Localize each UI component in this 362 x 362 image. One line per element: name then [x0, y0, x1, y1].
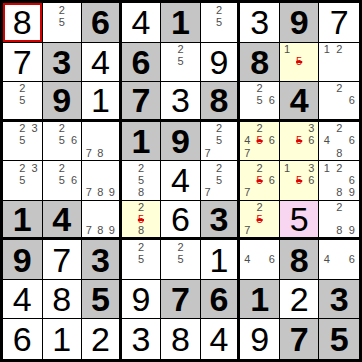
sudoku-board: 8256412539773462598151225917382564262352…	[0, 0, 362, 362]
cell-r9c8[interactable]: 7	[280, 319, 320, 359]
candidate: 8	[135, 225, 147, 237]
candidate: 7	[241, 187, 253, 199]
pencil-marks: 12	[320, 44, 358, 81]
cell-r9c6[interactable]: 4	[201, 319, 241, 359]
cell-r5c1[interactable]: 235	[3, 161, 43, 201]
candidate: 8	[95, 187, 107, 199]
pencil-marks: 789	[83, 162, 118, 199]
cell-r3c9[interactable]: 26	[319, 82, 359, 122]
candidate: 2	[254, 83, 266, 95]
given-digit: 5	[319, 319, 359, 359]
candidate: 7	[202, 147, 214, 159]
given-digit: 3	[43, 43, 82, 82]
cell-r4c6[interactable]: 257	[201, 122, 241, 162]
placed-digit: 5	[280, 201, 319, 238]
candidate: 6	[266, 95, 278, 107]
given-digit: 5	[82, 280, 119, 319]
cell-r7c5[interactable]: 25	[161, 240, 201, 280]
candidate: 8	[333, 225, 346, 237]
given-digit: 7	[161, 280, 200, 319]
cell-r4c8[interactable]: 356	[280, 122, 320, 162]
candidate: 4	[241, 254, 253, 266]
candidate: 2	[333, 162, 346, 174]
candidate: 5	[16, 174, 28, 186]
cell-r3c3[interactable]: 1	[82, 82, 122, 122]
cell-r7c1[interactable]: 9	[3, 240, 43, 280]
cell-r6c5[interactable]: 6	[161, 201, 201, 241]
eliminated-candidate: 5	[293, 174, 305, 186]
cell-r1c3[interactable]: 6	[82, 3, 122, 43]
cell-r3c8[interactable]: 4	[280, 82, 320, 122]
pencil-marks: 257	[202, 123, 237, 160]
cell-r4c9[interactable]: 2468	[319, 122, 359, 162]
cell-r3c7[interactable]: 256	[240, 82, 280, 122]
candidate: 9	[345, 187, 358, 199]
cell-r5c4[interactable]: 258	[122, 161, 162, 201]
cell-r5c5[interactable]: 4	[161, 161, 201, 201]
candidate: 2	[333, 202, 346, 214]
cell-r7c3[interactable]: 3	[82, 240, 122, 280]
solved-digit: 2	[280, 280, 319, 319]
candidate: 2	[16, 162, 28, 174]
cell-r2c2[interactable]: 3	[43, 43, 83, 83]
candidate: 4	[320, 135, 333, 147]
candidate: 2	[135, 162, 147, 174]
solved-digit: 9	[240, 319, 279, 359]
cell-r9c2[interactable]: 1	[43, 319, 83, 359]
pencil-marks: 256	[44, 162, 81, 199]
given-digit: 3	[82, 240, 119, 279]
candidate: 2	[16, 83, 28, 95]
pencil-marks: 25	[162, 241, 199, 278]
candidate: 6	[305, 135, 317, 147]
given-digit: 9	[3, 240, 42, 279]
pencil-marks: 2468	[320, 123, 358, 160]
candidate: 7	[83, 187, 95, 199]
pencil-marks: 24567	[241, 123, 278, 160]
cell-r9c9[interactable]: 5	[319, 319, 359, 359]
solved-digit: 1	[201, 240, 238, 279]
pencil-marks: 258	[123, 162, 160, 199]
cell-r2c5[interactable]: 25	[161, 43, 201, 83]
candidate: 5	[213, 16, 225, 28]
cell-r9c4[interactable]: 3	[122, 319, 162, 359]
candidate: 5	[174, 56, 186, 68]
cell-r6c6[interactable]: 3	[201, 201, 241, 241]
eliminated-candidate: 5	[254, 135, 266, 147]
given-digit: 9	[161, 122, 200, 161]
candidate: 6	[345, 174, 358, 186]
cell-r6c9[interactable]: 289	[319, 201, 359, 241]
cell-r8c1[interactable]: 4	[3, 280, 43, 320]
candidate: 7	[241, 147, 253, 159]
solved-digit: 7	[319, 3, 359, 42]
solved-digit: 4	[82, 43, 119, 82]
given-digit: 4	[43, 201, 82, 238]
solved-digit: 9	[201, 43, 238, 82]
solved-digit: 4	[201, 319, 238, 359]
pencil-marks: 258	[123, 202, 160, 237]
candidate: 2	[213, 4, 225, 16]
given-digit: 9	[43, 82, 82, 119]
solved-digit: 1	[43, 319, 82, 359]
pencil-marks: 12689	[320, 162, 358, 199]
pencil-marks: 289	[320, 202, 358, 237]
cell-r8c5[interactable]: 7	[161, 280, 201, 320]
given-digit: 8	[240, 43, 279, 82]
candidate: 1	[281, 162, 293, 174]
pencil-marks: 15	[281, 44, 318, 81]
cell-r5c2[interactable]: 256	[43, 161, 83, 201]
cell-r6c1[interactable]: 1	[3, 201, 43, 241]
cell-r6c2[interactable]: 4	[43, 201, 83, 241]
eliminated-candidate: 5	[293, 135, 305, 147]
solved-digit: 6	[161, 201, 200, 238]
solved-digit: 4	[161, 161, 200, 200]
candidate: 8	[95, 225, 107, 237]
candidate: 2	[56, 4, 68, 16]
candidate: 2	[56, 162, 68, 174]
cell-r2c3[interactable]: 4	[82, 43, 122, 83]
cell-r4c7[interactable]: 24567	[240, 122, 280, 162]
cell-r5c7[interactable]: 2567	[240, 161, 280, 201]
given-digit: 1	[3, 201, 42, 238]
solved-digit: 8	[3, 3, 42, 42]
given-digit: 7	[280, 319, 319, 359]
candidate: 4	[241, 135, 253, 147]
cell-r8c8[interactable]: 2	[280, 280, 320, 320]
cell-r7c8[interactable]: 8	[280, 240, 320, 280]
candidate: 2	[333, 123, 346, 135]
candidate: 6	[345, 95, 358, 107]
pencil-marks: 25	[4, 83, 41, 118]
cell-r5c9[interactable]: 12689	[319, 161, 359, 201]
cell-r6c7[interactable]: 257	[240, 201, 280, 241]
candidate: 2	[213, 123, 225, 135]
given-digit: 6	[122, 43, 161, 82]
cell-r9c3[interactable]: 2	[82, 319, 122, 359]
candidate: 2	[135, 241, 147, 253]
cell-r7c9[interactable]: 46	[319, 240, 359, 280]
cell-r1c1[interactable]: 8	[3, 3, 43, 43]
candidate: 8	[135, 187, 147, 199]
candidate: 7	[202, 187, 214, 199]
cell-r2c4[interactable]: 6	[122, 43, 162, 83]
pencil-marks: 2567	[241, 162, 278, 199]
candidate: 5	[56, 16, 68, 28]
candidate: 6	[345, 254, 358, 266]
cell-r1c7[interactable]: 3	[240, 3, 280, 43]
cell-r6c3[interactable]: 789	[82, 201, 122, 241]
candidate: 7	[241, 225, 253, 237]
candidate: 4	[320, 254, 333, 266]
cell-r1c5[interactable]: 1	[161, 3, 201, 43]
given-digit: 3	[319, 280, 359, 319]
candidate: 5	[16, 95, 28, 107]
candidate: 2	[254, 123, 266, 135]
candidate: 2	[174, 241, 186, 253]
pencil-marks: 235	[4, 123, 41, 160]
cell-r2c1[interactable]: 7	[3, 43, 43, 83]
candidate: 3	[28, 162, 40, 174]
pencil-marks: 78	[83, 123, 118, 160]
solved-digit: 6	[3, 319, 42, 359]
cell-r9c5[interactable]: 8	[161, 319, 201, 359]
candidate: 6	[68, 135, 80, 147]
candidate: 6	[266, 174, 278, 186]
given-digit: 7	[122, 82, 161, 119]
solved-digit: 4	[3, 280, 42, 319]
given-digit: 8	[201, 82, 238, 119]
candidate: 2	[213, 162, 225, 174]
cell-r4c3[interactable]: 78	[82, 122, 122, 162]
candidate: 5	[174, 254, 186, 266]
candidate: 3	[305, 162, 317, 174]
pencil-marks: 26	[320, 83, 358, 118]
cell-r4c1[interactable]: 235	[3, 122, 43, 162]
solved-digit: 4	[122, 3, 161, 42]
cell-r3c6[interactable]: 8	[201, 82, 241, 122]
pencil-marks: 235	[4, 162, 41, 199]
candidate: 1	[281, 44, 293, 56]
cell-r1c8[interactable]: 9	[280, 3, 320, 43]
cell-r2c8[interactable]: 15	[280, 43, 320, 83]
given-digit: 4	[280, 82, 319, 119]
cell-r1c4[interactable]: 4	[122, 3, 162, 43]
candidate: 8	[333, 187, 346, 199]
cell-r5c6[interactable]: 257	[201, 161, 241, 201]
cell-r8c3[interactable]: 5	[82, 280, 122, 320]
candidate: 5	[135, 174, 147, 186]
cell-r1c6[interactable]: 25	[201, 3, 241, 43]
candidate: 6	[68, 174, 80, 186]
candidate: 5	[213, 174, 225, 186]
pencil-marks: 256	[241, 83, 278, 118]
candidate: 2	[16, 123, 28, 135]
cell-r7c2[interactable]: 7	[43, 240, 83, 280]
cell-r2c7[interactable]: 8	[240, 43, 280, 83]
candidate: 9	[106, 225, 118, 237]
pencil-marks: 25	[123, 241, 160, 278]
cell-r3c4[interactable]: 7	[122, 82, 162, 122]
candidate: 7	[83, 147, 95, 159]
eliminated-candidate: 5	[293, 56, 305, 68]
candidate: 2	[333, 44, 346, 56]
cell-r3c2[interactable]: 9	[43, 82, 83, 122]
candidate: 6	[266, 135, 278, 147]
candidate: 2	[333, 83, 346, 95]
candidate: 1	[320, 162, 333, 174]
cell-r8c9[interactable]: 3	[319, 280, 359, 320]
cell-r7c6[interactable]: 1	[201, 240, 241, 280]
pencil-marks: 1356	[281, 162, 318, 199]
given-digit: 1	[161, 3, 200, 42]
given-digit: 1	[240, 280, 279, 319]
cell-r7c7[interactable]: 46	[240, 240, 280, 280]
given-digit: 6	[82, 3, 119, 42]
candidate: 5	[213, 135, 225, 147]
candidate: 2	[135, 202, 147, 214]
solved-digit: 1	[82, 82, 119, 119]
candidate: 5	[56, 135, 68, 147]
solved-digit: 8	[161, 319, 200, 359]
solved-digit: 3	[161, 82, 200, 119]
candidate: 3	[28, 123, 40, 135]
solved-digit: 7	[3, 43, 42, 82]
candidate: 5	[16, 135, 28, 147]
candidate: 8	[333, 147, 346, 159]
cell-r8c2[interactable]: 8	[43, 280, 83, 320]
solved-digit: 7	[43, 240, 82, 279]
cell-r4c2[interactable]: 256	[43, 122, 83, 162]
cell-r3c5[interactable]: 3	[161, 82, 201, 122]
cell-r2c6[interactable]: 9	[201, 43, 241, 83]
candidate: 9	[106, 187, 118, 199]
cell-r8c6[interactable]: 6	[201, 280, 241, 320]
solved-digit: 2	[82, 319, 119, 359]
candidate: 5	[254, 95, 266, 107]
candidate: 6	[266, 254, 278, 266]
candidate: 1	[320, 44, 333, 56]
candidate: 9	[345, 225, 358, 237]
solved-digit: 3	[240, 3, 279, 42]
pencil-marks: 46	[241, 241, 278, 278]
cell-r1c9[interactable]: 7	[319, 3, 359, 43]
pencil-marks: 25	[162, 44, 199, 81]
pencil-marks: 356	[281, 123, 318, 160]
given-digit: 1	[122, 122, 161, 161]
candidate: 2	[254, 162, 266, 174]
cell-r5c8[interactable]: 1356	[280, 161, 320, 201]
candidate: 5	[135, 254, 147, 266]
cell-r4c5[interactable]: 9	[161, 122, 201, 162]
solved-digit: 9	[122, 280, 161, 319]
cell-r6c4[interactable]: 258	[122, 201, 162, 241]
cell-r6c8[interactable]: 5	[280, 201, 320, 241]
cell-r8c4[interactable]: 9	[122, 280, 162, 320]
candidate: 3	[305, 123, 317, 135]
pencil-marks: 257	[202, 162, 237, 199]
cell-r9c1[interactable]: 6	[3, 319, 43, 359]
eliminated-candidate: 5	[254, 174, 266, 186]
pencil-marks: 46	[320, 241, 358, 278]
candidate: 2	[56, 123, 68, 135]
pencil-marks: 257	[241, 202, 278, 237]
cell-r1c2[interactable]: 25	[43, 3, 83, 43]
pencil-marks: 256	[44, 123, 81, 160]
cell-r3c1[interactable]: 25	[3, 82, 43, 122]
candidate: 6	[305, 174, 317, 186]
cell-r4c4[interactable]: 1	[122, 122, 162, 162]
given-digit: 8	[280, 240, 319, 279]
cell-r2c9[interactable]: 12	[319, 43, 359, 83]
solved-digit: 8	[43, 280, 82, 319]
pencil-marks: 25	[202, 4, 237, 41]
pencil-marks: 25	[44, 4, 81, 41]
cell-r5c3[interactable]: 789	[82, 161, 122, 201]
cell-r8c7[interactable]: 1	[240, 280, 280, 320]
cell-r7c4[interactable]: 25	[122, 240, 162, 280]
given-digit: 6	[201, 280, 238, 319]
candidate: 7	[83, 225, 95, 237]
cell-r9c7[interactable]: 9	[240, 319, 280, 359]
candidate: 2	[174, 44, 186, 56]
given-digit: 3	[201, 201, 238, 238]
candidate: 2	[254, 202, 266, 214]
candidate: 6	[345, 135, 358, 147]
pencil-marks: 789	[83, 202, 118, 237]
solved-digit: 3	[122, 319, 161, 359]
given-digit: 9	[280, 3, 319, 42]
candidate: 8	[95, 147, 107, 159]
eliminated-candidate: 5	[254, 213, 266, 225]
candidate: 5	[56, 174, 68, 186]
